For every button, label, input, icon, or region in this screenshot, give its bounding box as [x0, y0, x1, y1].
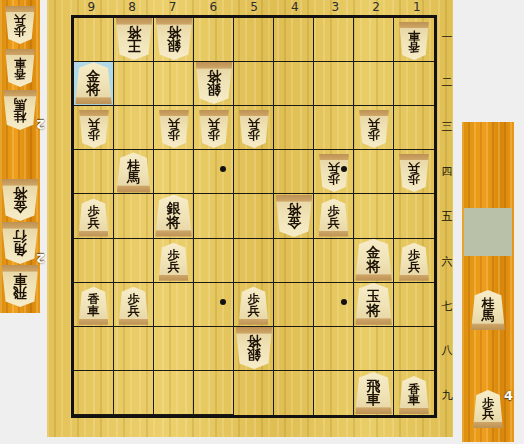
- square-2-8[interactable]: [354, 327, 394, 371]
- piece-kanji: 兵: [128, 306, 140, 317]
- piece-kanji: 馬: [127, 172, 140, 184]
- shogi-app: 歩兵香車桂馬2金将角行2飛車 987654321 一二三四五六七八九 王将銀将香…: [0, 0, 524, 444]
- square-4-1[interactable]: [274, 18, 314, 62]
- piece-kanji: 行: [13, 230, 27, 243]
- piece-kanji: 歩: [408, 173, 420, 184]
- piece-kanji: 車: [14, 57, 26, 68]
- square-2-4[interactable]: [354, 150, 394, 194]
- square-5-7[interactable]: 歩兵: [234, 283, 274, 327]
- piece-kanji: 歩: [88, 129, 100, 140]
- square-9-2[interactable]: 金将: [74, 62, 114, 106]
- square-7-4[interactable]: [154, 150, 194, 194]
- piece-kanji: 銀: [207, 83, 221, 96]
- piece-kanji: 将: [367, 304, 381, 317]
- gote-hand-slot-knight[interactable]: 桂馬2: [0, 88, 40, 132]
- sente-hand-slot-pawn[interactable]: 歩兵4: [462, 386, 514, 430]
- shogi-board: 987654321 一二三四五六七八九 王将銀将香車金将銀将歩兵歩兵歩兵歩兵歩兵…: [47, 0, 453, 437]
- file-labels: 987654321: [71, 0, 437, 15]
- square-3-2[interactable]: [314, 62, 354, 106]
- piece-kanji: 兵: [408, 262, 420, 273]
- square-2-3[interactable]: 歩兵: [354, 106, 394, 150]
- rank-label-4: 四: [440, 149, 454, 194]
- square-6-5[interactable]: [194, 194, 234, 238]
- gote-hand-bishop-count: 2: [36, 251, 45, 266]
- square-8-1[interactable]: 王将: [114, 18, 154, 62]
- square-6-8[interactable]: [194, 327, 234, 371]
- gote-pawn-piece[interactable]: 歩兵: [359, 110, 389, 148]
- rank-label-3: 三: [440, 105, 454, 150]
- piece-kanji: 将: [367, 260, 381, 273]
- square-4-8[interactable]: [274, 327, 314, 371]
- piece-kanji: 車: [408, 395, 420, 406]
- piece-kanji: 兵: [168, 262, 180, 273]
- sente-pawn-piece[interactable]: 歩兵: [119, 287, 149, 325]
- piece-kanji: 将: [287, 202, 301, 215]
- file-label-2: 2: [356, 0, 397, 15]
- gote-lance-piece[interactable]: 香車: [5, 49, 35, 87]
- square-4-2[interactable]: [274, 62, 314, 106]
- square-7-7[interactable]: [154, 283, 194, 327]
- gote-hand-stand: 歩兵香車桂馬2金将角行2飛車: [0, 0, 40, 313]
- square-4-6[interactable]: [274, 239, 314, 283]
- sente-pawn-piece[interactable]: 歩兵: [159, 243, 189, 281]
- star-point: [220, 299, 226, 305]
- square-3-9[interactable]: [314, 371, 354, 415]
- gote-pawn-piece[interactable]: 歩兵: [239, 110, 269, 148]
- file-label-5: 5: [234, 0, 275, 15]
- piece-kanji: 車: [13, 273, 27, 286]
- square-1-6[interactable]: 歩兵: [394, 239, 434, 283]
- square-7-3[interactable]: 歩兵: [154, 106, 194, 150]
- piece-kanji: 兵: [88, 218, 100, 229]
- square-5-5[interactable]: [234, 194, 274, 238]
- square-5-9[interactable]: [234, 371, 274, 415]
- sente-gold-piece[interactable]: 金将: [355, 239, 392, 281]
- gote-pawn-piece[interactable]: 歩兵: [79, 110, 109, 148]
- square-4-9[interactable]: [274, 371, 314, 415]
- square-6-2[interactable]: 銀将: [194, 62, 234, 106]
- gote-pawn-piece[interactable]: 歩兵: [199, 110, 229, 148]
- sente-knight-piece[interactable]: 桂馬: [471, 290, 505, 330]
- gote-hand-slot-lance[interactable]: 香車: [0, 45, 40, 89]
- square-4-5[interactable]: 金将: [274, 194, 314, 238]
- gote-rook-piece[interactable]: 飛車: [2, 265, 39, 307]
- square-3-3[interactable]: [314, 106, 354, 150]
- gote-hand-slot-gold[interactable]: 金将: [0, 179, 40, 223]
- file-label-9: 9: [71, 0, 112, 15]
- square-7-6[interactable]: 歩兵: [154, 239, 194, 283]
- square-5-1[interactable]: [234, 18, 274, 62]
- square-7-5[interactable]: 銀将: [154, 194, 194, 238]
- file-label-3: 3: [315, 0, 356, 15]
- gote-knight-piece[interactable]: 桂馬: [3, 90, 37, 130]
- gote-silver-piece[interactable]: 銀将: [195, 62, 232, 104]
- sente-pawn-piece[interactable]: 歩兵: [399, 243, 429, 281]
- rank-label-2: 二: [440, 60, 454, 105]
- square-4-4[interactable]: [274, 150, 314, 194]
- square-3-8[interactable]: [314, 327, 354, 371]
- gote-silver-piece[interactable]: 銀将: [155, 18, 192, 60]
- rank-label-7: 七: [440, 284, 454, 329]
- rank-label-9: 九: [440, 373, 454, 418]
- piece-kanji: 歩: [368, 129, 380, 140]
- sente-lance-piece[interactable]: 香車: [79, 287, 109, 325]
- gote-silver-piece[interactable]: 銀将: [235, 327, 272, 369]
- rank-labels: 一二三四五六七八九: [440, 15, 454, 418]
- sente-pawn-piece[interactable]: 歩兵: [79, 199, 109, 237]
- gote-pawn-piece[interactable]: 歩兵: [5, 6, 35, 44]
- piece-kanji: 馬: [14, 98, 27, 110]
- gote-pawn-piece[interactable]: 歩兵: [159, 110, 189, 148]
- piece-kanji: 歩: [168, 129, 180, 140]
- square-3-1[interactable]: [314, 18, 354, 62]
- piece-kanji: 歩: [208, 129, 220, 140]
- file-label-4: 4: [274, 0, 315, 15]
- piece-kanji: 車: [408, 30, 420, 41]
- gote-bishop-piece[interactable]: 角行: [2, 222, 39, 264]
- gote-gold-piece[interactable]: 金将: [275, 195, 312, 237]
- sente-hand-pawn-count: 4: [504, 388, 513, 403]
- square-3-7[interactable]: [314, 283, 354, 327]
- square-8-8[interactable]: [114, 327, 154, 371]
- square-6-9[interactable]: [194, 371, 234, 415]
- piece-kanji: 将: [167, 26, 181, 39]
- square-7-1[interactable]: 銀将: [154, 18, 194, 62]
- square-9-3[interactable]: 歩兵: [74, 106, 114, 150]
- sente-gold-piece[interactable]: 金将: [75, 62, 112, 104]
- sente-hand-stand: 桂馬歩兵4: [462, 122, 514, 442]
- piece-kanji: 歩: [248, 129, 260, 140]
- piece-kanji: 将: [87, 83, 101, 96]
- piece-kanji: 将: [207, 70, 221, 83]
- square-9-7[interactable]: 香車: [74, 283, 114, 327]
- square-5-8[interactable]: 銀将: [234, 327, 274, 371]
- square-9-1[interactable]: [74, 18, 114, 62]
- sente-silver-piece[interactable]: 銀将: [155, 195, 192, 237]
- square-5-6[interactable]: [234, 239, 274, 283]
- piece-kanji: 兵: [482, 409, 494, 420]
- square-2-9[interactable]: 飛車: [354, 371, 394, 415]
- square-3-6[interactable]: [314, 239, 354, 283]
- sente-pawn-piece[interactable]: 歩兵: [239, 287, 269, 325]
- square-1-7[interactable]: [394, 283, 434, 327]
- file-label-1: 1: [396, 0, 437, 15]
- gote-hand-slot-rook[interactable]: 飛車: [0, 265, 40, 309]
- sente-knight-piece[interactable]: 桂馬: [117, 152, 151, 192]
- square-1-3[interactable]: [394, 106, 434, 150]
- gote-pawn-piece[interactable]: 歩兵: [399, 154, 429, 192]
- piece-kanji: 兵: [88, 118, 100, 129]
- star-point: [220, 166, 226, 172]
- square-7-2[interactable]: [154, 62, 194, 106]
- square-7-9[interactable]: [154, 371, 194, 415]
- piece-kanji: 将: [13, 187, 27, 200]
- board-grid: 王将銀将香車金将銀将歩兵歩兵歩兵歩兵歩兵桂馬歩兵歩兵歩兵銀将金将歩兵歩兵金将歩兵…: [71, 15, 437, 418]
- square-1-5[interactable]: [394, 194, 434, 238]
- square-2-7[interactable]: 玉将: [354, 283, 394, 327]
- square-4-7[interactable]: [274, 283, 314, 327]
- gote-pawn-piece[interactable]: 歩兵: [319, 154, 349, 192]
- piece-kanji: 馬: [482, 310, 495, 322]
- piece-kanji: 兵: [14, 14, 26, 25]
- square-8-3[interactable]: [114, 106, 154, 150]
- square-8-5[interactable]: [114, 194, 154, 238]
- piece-kanji: 兵: [408, 162, 420, 173]
- gote-hand-slot-bishop[interactable]: 角行2: [0, 222, 40, 266]
- square-8-7[interactable]: 歩兵: [114, 283, 154, 327]
- square-1-9[interactable]: 香車: [394, 371, 434, 415]
- piece-kanji: 将: [127, 26, 141, 39]
- sente-rook-piece[interactable]: 飛車: [355, 372, 392, 414]
- sente-hand-slot-knight[interactable]: 桂馬: [462, 288, 514, 332]
- square-2-5[interactable]: [354, 194, 394, 238]
- square-8-4[interactable]: 桂馬: [114, 150, 154, 194]
- sente-king-piece[interactable]: 玉将: [355, 283, 392, 325]
- piece-kanji: 王: [127, 39, 141, 52]
- file-label-6: 6: [193, 0, 234, 15]
- file-label-8: 8: [112, 0, 153, 15]
- piece-kanji: 将: [167, 216, 181, 229]
- square-2-6[interactable]: 金将: [354, 239, 394, 283]
- rank-label-6: 六: [440, 239, 454, 284]
- rank-label-8: 八: [440, 328, 454, 373]
- gote-gold-piece[interactable]: 金将: [2, 179, 39, 221]
- square-1-4[interactable]: 歩兵: [394, 150, 434, 194]
- sente-pawn-piece[interactable]: 歩兵: [473, 390, 503, 428]
- piece-kanji: 兵: [368, 118, 380, 129]
- piece-kanji: 将: [247, 335, 261, 348]
- square-9-9[interactable]: [74, 371, 114, 415]
- square-5-4[interactable]: [234, 150, 274, 194]
- square-8-6[interactable]: [114, 239, 154, 283]
- square-1-1[interactable]: 香車: [394, 18, 434, 62]
- gote-lance-piece[interactable]: 香車: [399, 22, 429, 60]
- square-9-6[interactable]: [74, 239, 114, 283]
- piece-kanji: 兵: [168, 118, 180, 129]
- piece-kanji: 兵: [328, 218, 340, 229]
- square-6-1[interactable]: [194, 18, 234, 62]
- square-1-2[interactable]: [394, 62, 434, 106]
- square-7-8[interactable]: [154, 327, 194, 371]
- sente-pawn-piece[interactable]: 歩兵: [319, 199, 349, 237]
- piece-kanji: 兵: [328, 162, 340, 173]
- square-5-3[interactable]: 歩兵: [234, 106, 274, 150]
- sente-lance-piece[interactable]: 香車: [399, 376, 429, 414]
- hand-slot-highlight: [464, 208, 512, 256]
- square-9-5[interactable]: 歩兵: [74, 194, 114, 238]
- square-9-4[interactable]: [74, 150, 114, 194]
- star-point: [341, 166, 347, 172]
- piece-kanji: 車: [88, 306, 100, 317]
- piece-kanji: 兵: [248, 118, 260, 129]
- square-3-5[interactable]: 歩兵: [314, 194, 354, 238]
- file-label-7: 7: [152, 0, 193, 15]
- rank-label-1: 一: [440, 15, 454, 60]
- piece-kanji: 兵: [208, 118, 220, 129]
- square-2-2[interactable]: [354, 62, 394, 106]
- gote-king-piece[interactable]: 王将: [115, 18, 152, 60]
- square-9-8[interactable]: [74, 327, 114, 371]
- square-6-4[interactable]: [194, 150, 234, 194]
- square-5-2[interactable]: [234, 62, 274, 106]
- square-6-3[interactable]: 歩兵: [194, 106, 234, 150]
- star-point: [341, 299, 347, 305]
- rank-label-5: 五: [440, 194, 454, 239]
- gote-hand-slot-pawn[interactable]: 歩兵: [0, 2, 40, 46]
- square-6-6[interactable]: [194, 239, 234, 283]
- gote-hand-knight-count: 2: [36, 117, 45, 132]
- square-3-4[interactable]: 歩兵: [314, 150, 354, 194]
- square-4-3[interactable]: [274, 106, 314, 150]
- piece-kanji: 車: [367, 393, 381, 406]
- square-1-8[interactable]: [394, 327, 434, 371]
- square-8-9[interactable]: [114, 371, 154, 415]
- piece-kanji: 兵: [248, 306, 260, 317]
- square-6-7[interactable]: [194, 283, 234, 327]
- square-2-1[interactable]: [354, 18, 394, 62]
- piece-kanji: 歩: [328, 173, 340, 184]
- square-8-2[interactable]: [114, 62, 154, 106]
- piece-kanji: 銀: [167, 39, 181, 52]
